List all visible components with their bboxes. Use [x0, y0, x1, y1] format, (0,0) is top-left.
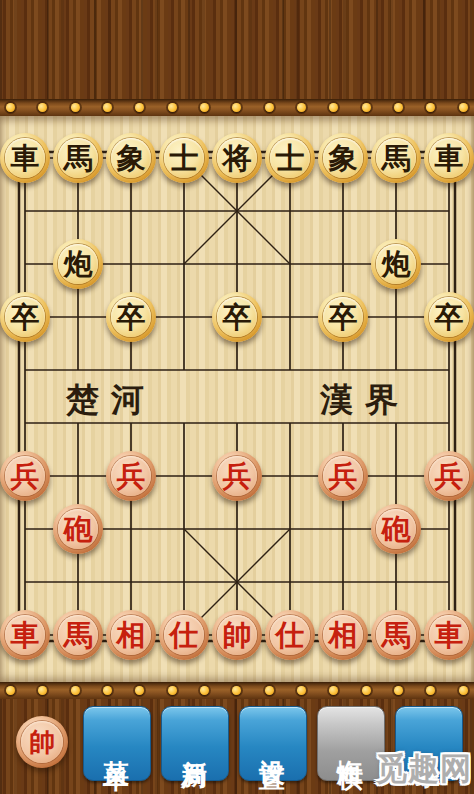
xiangqi-piece[interactable]: 卒	[0, 292, 50, 342]
xiangqi-piece[interactable]: 炮	[53, 239, 103, 289]
rivet-icon	[459, 103, 468, 112]
piece-glyph: 炮	[53, 239, 103, 289]
piece-glyph: 車	[0, 133, 50, 183]
top-wood-rail	[0, 99, 474, 116]
piece-glyph: 兵	[106, 451, 156, 501]
rivet-icon	[459, 686, 468, 695]
xiangqi-piece[interactable]: 馬	[371, 133, 421, 183]
xiangqi-app: 楚河 漢界 車馬象士将士象馬車炮炮卒卒卒卒卒兵兵兵兵兵砲砲車馬相仕帥仕相馬車 帥…	[0, 0, 474, 794]
rivet-icon	[168, 686, 177, 695]
xiangqi-piece[interactable]: 炮	[371, 239, 421, 289]
piece-glyph: 兵	[0, 451, 50, 501]
xiangqi-piece[interactable]: 兵	[424, 451, 474, 501]
piece-glyph: 馬	[53, 610, 103, 660]
rivet-icon	[168, 103, 177, 112]
piece-glyph: 車	[424, 133, 474, 183]
piece-glyph: 馬	[371, 610, 421, 660]
piece-glyph: 卒	[318, 292, 368, 342]
piece-glyph: 卒	[106, 292, 156, 342]
rivet-icon	[265, 103, 274, 112]
piece-glyph: 馬	[371, 133, 421, 183]
rivet-icon	[71, 103, 80, 112]
xiangqi-piece[interactable]: 仕	[159, 610, 209, 660]
rivet-icon	[394, 686, 403, 695]
piece-glyph: 相	[318, 610, 368, 660]
piece-glyph: 兵	[318, 451, 368, 501]
piece-glyph: 士	[265, 133, 315, 183]
xiangqi-piece[interactable]: 卒	[106, 292, 156, 342]
xiangqi-piece[interactable]: 車	[424, 133, 474, 183]
xiangqi-piece[interactable]: 車	[0, 610, 50, 660]
rivet-icon	[297, 686, 306, 695]
piece-glyph: 炮	[371, 239, 421, 289]
piece-glyph: 馬	[53, 133, 103, 183]
piece-glyph: 卒	[0, 292, 50, 342]
watermark: 觅趣网	[376, 748, 472, 790]
rivet-icon	[426, 103, 435, 112]
rivet-icon	[135, 103, 144, 112]
piece-glyph: 象	[106, 133, 156, 183]
xiangqi-piece[interactable]: 将	[212, 133, 262, 183]
piece-glyph: 砲	[371, 504, 421, 554]
rivet-icon	[297, 103, 306, 112]
xiangqi-piece[interactable]: 象	[318, 133, 368, 183]
xiangqi-piece[interactable]: 砲	[53, 504, 103, 554]
xiangqi-piece[interactable]: 砲	[371, 504, 421, 554]
rivet-icon	[329, 686, 338, 695]
xiangqi-piece[interactable]: 兵	[0, 451, 50, 501]
xiangqi-piece[interactable]: 士	[265, 133, 315, 183]
xiangqi-piece[interactable]: 馬	[53, 610, 103, 660]
piece-glyph: 車	[0, 610, 50, 660]
rivet-icon	[362, 686, 371, 695]
rivet-icon	[135, 686, 144, 695]
rivet-icon	[394, 103, 403, 112]
piece-glyph: 砲	[53, 504, 103, 554]
rivet-icon	[38, 686, 47, 695]
xiangqi-piece[interactable]: 卒	[212, 292, 262, 342]
rivet-icon	[232, 686, 241, 695]
rivet-icon	[38, 103, 47, 112]
xiangqi-piece[interactable]: 卒	[424, 292, 474, 342]
xiangqi-piece[interactable]: 卒	[318, 292, 368, 342]
xiangqi-piece[interactable]: 兵	[318, 451, 368, 501]
river-label-right: 漢界	[320, 380, 410, 420]
rivet-icon	[6, 103, 15, 112]
piece-glyph: 卒	[212, 292, 262, 342]
rivet-icon	[103, 103, 112, 112]
piece-glyph: 兵	[424, 451, 474, 501]
xiangqi-piece[interactable]: 相	[106, 610, 156, 660]
rivet-icon	[232, 103, 241, 112]
rivet-icon	[200, 686, 209, 695]
piece-glyph: 帥	[212, 610, 262, 660]
piece-glyph: 将	[212, 133, 262, 183]
menu-button[interactable]: 菜单	[83, 706, 151, 781]
piece-glyph: 兵	[212, 451, 262, 501]
xiangqi-piece[interactable]: 馬	[53, 133, 103, 183]
bottom-wood-rail	[0, 682, 474, 699]
settings-button[interactable]: 设置	[239, 706, 307, 781]
rivet-icon	[265, 686, 274, 695]
xiangqi-piece[interactable]: 兵	[106, 451, 156, 501]
xiangqi-board[interactable]: 楚河 漢界	[0, 116, 474, 682]
piece-glyph: 士	[159, 133, 209, 183]
piece-glyph: 卒	[424, 292, 474, 342]
xiangqi-piece[interactable]: 仕	[265, 610, 315, 660]
rivet-icon	[103, 686, 112, 695]
xiangqi-piece[interactable]: 士	[159, 133, 209, 183]
river-label-left: 楚河	[66, 380, 156, 420]
turn-indicator-piece: 帥	[16, 716, 68, 768]
piece-glyph: 車	[424, 610, 474, 660]
xiangqi-piece[interactable]: 車	[424, 610, 474, 660]
new-game-button[interactable]: 新局	[161, 706, 229, 781]
xiangqi-piece[interactable]: 相	[318, 610, 368, 660]
xiangqi-piece[interactable]: 馬	[371, 610, 421, 660]
xiangqi-piece[interactable]: 車	[0, 133, 50, 183]
xiangqi-piece[interactable]: 象	[106, 133, 156, 183]
piece-glyph: 象	[318, 133, 368, 183]
rivet-icon	[426, 686, 435, 695]
undo-button[interactable]: 悔棋	[317, 706, 385, 781]
xiangqi-piece[interactable]: 帥	[212, 610, 262, 660]
turn-indicator-char: 帥	[16, 716, 68, 768]
piece-glyph: 相	[106, 610, 156, 660]
piece-glyph: 仕	[265, 610, 315, 660]
rivet-icon	[362, 103, 371, 112]
rivet-icon	[200, 103, 209, 112]
rivet-icon	[6, 686, 15, 695]
xiangqi-piece[interactable]: 兵	[212, 451, 262, 501]
piece-glyph: 仕	[159, 610, 209, 660]
rivet-icon	[329, 103, 338, 112]
rivet-icon	[71, 686, 80, 695]
